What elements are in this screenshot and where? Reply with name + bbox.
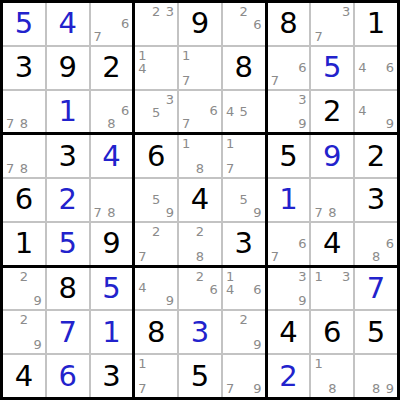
candidate-4 <box>6 283 18 295</box>
candidate-3 <box>30 137 42 149</box>
candidate-4 <box>182 150 194 162</box>
candidate-9 <box>117 206 129 219</box>
cell-r8c7[interactable]: 4 <box>268 311 310 353</box>
cell-r2c8[interactable]: 5 <box>311 47 353 89</box>
candidate-1 <box>314 5 326 18</box>
candidate-1 <box>6 93 18 105</box>
candidate-5: 5 <box>150 193 162 206</box>
sudoku-board: 5467392781682392614178356745837167546392… <box>0 0 400 400</box>
candidate-9 <box>206 296 218 308</box>
cell-r6c2[interactable]: 5 <box>47 223 89 265</box>
cell-r2c6[interactable]: 8 <box>223 47 265 89</box>
pencilmarks: 68 <box>94 93 130 131</box>
candidate-9 <box>250 118 262 130</box>
given-digit: 5 <box>367 318 385 347</box>
given-digit: 1 <box>15 229 33 258</box>
candidate-8 <box>370 117 382 130</box>
box-2-1: 78346278159 <box>3 135 132 264</box>
candidate-5 <box>194 283 206 296</box>
candidate-9 <box>162 75 174 87</box>
pencilmarks: 26 <box>226 5 262 43</box>
candidate-4 <box>94 104 106 117</box>
candidate-4: 4 <box>138 281 150 294</box>
candidate-7 <box>358 382 370 395</box>
candidate-2 <box>238 270 250 283</box>
candidate-3 <box>250 93 262 105</box>
candidate-5 <box>18 283 30 295</box>
candidate-5 <box>105 17 117 30</box>
candidate-2: 2 <box>18 313 30 326</box>
candidate-2: 2 <box>238 313 250 326</box>
entered-digit: 1 <box>279 185 297 214</box>
given-digit: 2 <box>102 53 120 82</box>
candidate-8: 8 <box>105 117 117 130</box>
cell-r8c3[interactable]: 1 <box>91 311 133 353</box>
pencilmarks: 18 <box>314 357 350 395</box>
cell-r3c8[interactable]: 2 <box>311 91 353 133</box>
candidate-5: 5 <box>150 106 162 119</box>
candidate-9: 9 <box>295 117 307 130</box>
cell-r2c4[interactable]: 14 <box>135 47 177 89</box>
candidate-7 <box>138 30 150 42</box>
candidate-2 <box>150 49 162 62</box>
pencilmarks: 59 <box>226 181 262 219</box>
cell-r7c7[interactable]: 39 <box>268 268 310 310</box>
pencilmarks: 35 <box>138 93 174 131</box>
cell-r3c1[interactable]: 78 <box>3 91 45 133</box>
candidate-7: 7 <box>138 250 150 263</box>
candidate-4 <box>358 370 370 382</box>
candidate-1: 1 <box>226 137 238 150</box>
candidate-4 <box>314 370 326 382</box>
candidate-7 <box>271 117 283 130</box>
candidate-2 <box>105 181 117 193</box>
candidate-1 <box>182 270 194 283</box>
candidate-2 <box>18 137 30 149</box>
candidate-2 <box>238 357 250 369</box>
candidate-7 <box>182 162 194 175</box>
candidate-6 <box>162 106 174 119</box>
candidate-5 <box>370 104 382 117</box>
cell-r6c4[interactable]: 27 <box>135 223 177 265</box>
candidate-7 <box>182 296 194 308</box>
candidate-7 <box>182 250 194 263</box>
cell-r7c6[interactable]: 146 <box>223 268 265 310</box>
candidate-6: 6 <box>250 283 262 296</box>
candidate-8: 8 <box>370 382 382 395</box>
cell-r5c8[interactable]: 78 <box>311 179 353 221</box>
candidate-2 <box>283 225 295 237</box>
cell-r9c3[interactable]: 3 <box>91 355 133 397</box>
candidate-2 <box>18 93 30 105</box>
cell-r6c1[interactable]: 1 <box>3 223 45 265</box>
candidate-1 <box>358 225 370 237</box>
cell-r4c1[interactable]: 78 <box>3 135 45 177</box>
pencilmarks: 29 <box>6 270 42 308</box>
candidate-3 <box>250 357 262 369</box>
candidate-1 <box>226 357 238 369</box>
candidate-5 <box>326 283 338 295</box>
candidate-4 <box>271 283 283 295</box>
entered-digit: 5 <box>323 53 341 82</box>
candidate-1 <box>271 225 283 237</box>
candidate-8 <box>194 296 206 308</box>
cell-r5c9[interactable]: 3 <box>355 179 397 221</box>
cell-r1c8[interactable]: 37 <box>311 3 353 45</box>
candidate-9 <box>30 117 42 130</box>
candidate-8 <box>194 74 206 87</box>
candidate-3 <box>250 181 262 193</box>
candidate-6 <box>162 62 174 75</box>
cell-r7c3[interactable]: 5 <box>91 268 133 310</box>
candidate-6: 6 <box>295 237 307 250</box>
given-digit: 5 <box>191 362 209 391</box>
cell-r7c2[interactable]: 8 <box>47 268 89 310</box>
candidate-2 <box>326 270 338 283</box>
pencilmarks: 79 <box>226 357 262 395</box>
candidate-1 <box>271 270 283 283</box>
candidate-1 <box>6 137 18 149</box>
cell-r6c8[interactable]: 4 <box>311 223 353 265</box>
candidate-1 <box>182 225 194 238</box>
candidate-4 <box>226 193 238 206</box>
candidate-7 <box>314 382 326 395</box>
cell-r1c3[interactable]: 67 <box>91 3 133 45</box>
cell-r8c6[interactable]: 29 <box>223 311 265 353</box>
candidate-7 <box>226 118 238 130</box>
candidate-4 <box>226 326 238 338</box>
cell-r2c7[interactable]: 67 <box>268 47 310 89</box>
pencilmarks: 29 <box>6 313 42 351</box>
candidate-7: 7 <box>314 206 326 219</box>
cell-r8c9[interactable]: 5 <box>355 311 397 353</box>
candidate-9: 9 <box>295 294 307 307</box>
candidate-3 <box>382 93 394 105</box>
candidate-5 <box>194 238 206 250</box>
candidate-2 <box>326 5 338 18</box>
candidate-7: 7 <box>182 74 194 87</box>
pencilmarks: 14 <box>138 49 174 87</box>
pencilmarks: 67 <box>94 5 130 43</box>
candidate-4 <box>182 238 194 250</box>
candidate-3: 3 <box>338 270 350 283</box>
cell-r7c4[interactable]: 49 <box>135 268 177 310</box>
candidate-7 <box>138 294 150 307</box>
candidate-1 <box>138 5 150 18</box>
candidate-2 <box>238 137 250 150</box>
candidate-2 <box>326 357 338 370</box>
cell-r9c7[interactable]: 2 <box>268 355 310 397</box>
candidate-1 <box>182 93 194 105</box>
cell-r7c1[interactable]: 29 <box>3 268 45 310</box>
pencilmarks: 78 <box>6 137 42 175</box>
cell-r3c5[interactable]: 67 <box>179 91 221 133</box>
given-digit: 8 <box>235 53 253 82</box>
box-1-1: 546739278168 <box>3 3 132 132</box>
cell-r6c6[interactable]: 3 <box>223 223 265 265</box>
candidate-2 <box>105 5 117 17</box>
given-digit: 4 <box>279 318 297 347</box>
candidate-8 <box>326 295 338 307</box>
candidate-8 <box>326 30 338 43</box>
cell-r9c6[interactable]: 79 <box>223 355 265 397</box>
candidate-1: 1 <box>314 357 326 370</box>
pencilmarks: 26 <box>182 270 218 308</box>
candidate-1: 1 <box>182 49 194 62</box>
cell-r8c4[interactable]: 8 <box>135 311 177 353</box>
candidate-7: 7 <box>226 382 238 395</box>
candidate-9 <box>162 30 174 42</box>
candidate-4 <box>138 238 150 250</box>
pencilmarks: 89 <box>358 357 394 395</box>
cell-r6c5[interactable]: 28 <box>179 223 221 265</box>
candidate-4 <box>138 193 150 206</box>
cell-r9c1[interactable]: 4 <box>3 355 45 397</box>
cell-r9c9[interactable]: 89 <box>355 355 397 397</box>
candidate-8 <box>150 75 162 87</box>
cell-r8c2[interactable]: 7 <box>47 311 89 353</box>
cell-r4c4[interactable]: 6 <box>135 135 177 177</box>
pencilmarks: 27 <box>138 225 174 263</box>
candidate-6 <box>250 193 262 206</box>
candidate-9: 9 <box>250 206 262 219</box>
entered-digit: 2 <box>279 362 297 391</box>
candidate-6: 6 <box>117 104 129 117</box>
cell-r4c6[interactable]: 17 <box>223 135 265 177</box>
entered-digit: 4 <box>58 9 76 38</box>
cell-r9c5[interactable]: 5 <box>179 355 221 397</box>
cell-r8c8[interactable]: 6 <box>311 311 353 353</box>
candidate-9 <box>295 250 307 263</box>
candidate-4 <box>138 18 150 30</box>
pencilmarks: 78 <box>94 181 130 219</box>
candidate-6 <box>162 238 174 250</box>
cell-r8c5[interactable]: 3 <box>179 311 221 353</box>
pencilmarks: 45 <box>226 93 262 131</box>
cell-r1c5[interactable]: 9 <box>179 3 221 45</box>
candidate-3 <box>382 225 394 237</box>
candidate-2: 2 <box>238 5 250 18</box>
candidate-6 <box>162 193 174 206</box>
candidate-8 <box>283 250 295 263</box>
cell-r5c3[interactable]: 78 <box>91 179 133 221</box>
candidate-9 <box>206 162 218 175</box>
candidate-4: 4 <box>138 62 150 75</box>
candidate-8: 8 <box>326 382 338 395</box>
candidate-3 <box>117 5 129 17</box>
cell-r6c3[interactable]: 9 <box>91 223 133 265</box>
candidate-8 <box>283 117 295 130</box>
pencilmarks: 17 <box>182 49 218 87</box>
cell-r7c8[interactable]: 13 <box>311 268 353 310</box>
cell-r1c2[interactable]: 4 <box>47 3 89 45</box>
candidate-9 <box>338 30 350 43</box>
candidate-2 <box>370 93 382 105</box>
cell-r3c3[interactable]: 68 <box>91 91 133 133</box>
candidate-8: 8 <box>194 250 206 263</box>
pencilmarks: 17 <box>226 137 262 175</box>
candidate-8: 8 <box>105 206 117 219</box>
candidate-2: 2 <box>194 225 206 238</box>
cell-r4c8[interactable]: 9 <box>311 135 353 177</box>
candidate-7 <box>358 117 370 130</box>
candidate-1: 1 <box>226 270 238 283</box>
candidate-6 <box>338 370 350 382</box>
candidate-6 <box>117 193 129 205</box>
candidate-3 <box>162 357 174 370</box>
candidate-5 <box>326 18 338 30</box>
candidate-9 <box>382 74 394 86</box>
candidate-7 <box>138 75 150 87</box>
candidate-6: 6 <box>382 61 394 74</box>
candidate-6 <box>250 105 262 118</box>
candidate-5: 5 <box>238 193 250 206</box>
candidate-4: 4 <box>226 105 238 118</box>
pencilmarks: 146 <box>226 270 262 308</box>
candidate-9 <box>162 382 174 395</box>
candidate-5 <box>194 62 206 74</box>
cell-r3c6[interactable]: 45 <box>223 91 265 133</box>
candidate-5 <box>283 237 295 250</box>
cell-r4c3[interactable]: 4 <box>91 135 133 177</box>
candidate-4 <box>271 106 283 118</box>
candidate-7 <box>6 338 18 351</box>
cell-r9c2[interactable]: 6 <box>47 355 89 397</box>
pencilmarks: 67 <box>271 225 307 263</box>
pencilmarks: 49 <box>358 93 394 131</box>
box-1-3: 83716754639249 <box>268 3 397 132</box>
candidate-5 <box>238 283 250 296</box>
cell-r9c4[interactable]: 17 <box>135 355 177 397</box>
candidate-6 <box>206 238 218 250</box>
candidate-3 <box>250 313 262 326</box>
candidate-7: 7 <box>271 250 283 263</box>
cell-r7c9[interactable]: 7 <box>355 268 397 310</box>
candidate-2 <box>370 225 382 237</box>
entered-digit: 9 <box>323 142 341 171</box>
cell-r8c1[interactable]: 29 <box>3 311 45 353</box>
candidate-3 <box>338 181 350 193</box>
cell-r6c7[interactable]: 67 <box>268 223 310 265</box>
candidate-7: 7 <box>6 162 18 175</box>
cell-r4c9[interactable]: 2 <box>355 135 397 177</box>
cell-r3c2[interactable]: 1 <box>47 91 89 133</box>
candidate-3 <box>250 270 262 283</box>
candidate-9 <box>206 74 218 87</box>
pencilmarks: 67 <box>182 93 218 131</box>
given-digit: 4 <box>191 185 209 214</box>
pencilmarks: 78 <box>314 181 350 219</box>
given-digit: 8 <box>147 318 165 347</box>
given-digit: 4 <box>15 362 33 391</box>
candidate-4 <box>182 62 194 74</box>
candidate-6 <box>162 370 174 382</box>
candidate-8 <box>150 382 162 395</box>
candidate-2 <box>150 270 162 282</box>
cell-r1c9[interactable]: 1 <box>355 3 397 45</box>
candidate-9: 9 <box>382 117 394 130</box>
candidate-6 <box>250 150 262 162</box>
candidate-8 <box>370 74 382 86</box>
cell-r6c9[interactable]: 68 <box>355 223 397 265</box>
candidate-8 <box>238 31 250 43</box>
pencilmarks: 13 <box>314 270 350 308</box>
entered-digit: 1 <box>102 318 120 347</box>
candidate-5 <box>238 326 250 338</box>
cell-r2c2[interactable]: 9 <box>47 47 89 89</box>
candidate-5 <box>150 370 162 382</box>
pencilmarks: 28 <box>182 225 218 263</box>
candidate-3 <box>206 49 218 62</box>
cell-r2c9[interactable]: 46 <box>355 47 397 89</box>
cell-r3c4[interactable]: 35 <box>135 91 177 133</box>
cell-r2c1[interactable]: 3 <box>3 47 45 89</box>
cell-r2c3[interactable]: 2 <box>91 47 133 89</box>
given-digit: 1 <box>367 9 385 38</box>
cell-r5c7[interactable]: 1 <box>268 179 310 221</box>
candidate-2 <box>194 49 206 62</box>
candidate-7: 7 <box>314 30 326 43</box>
given-digit: 3 <box>58 142 76 171</box>
cell-r5c5[interactable]: 4 <box>179 179 221 221</box>
candidate-8: 8 <box>18 117 30 130</box>
candidate-7: 7 <box>271 74 283 87</box>
cell-r5c6[interactable]: 59 <box>223 179 265 221</box>
candidate-6: 6 <box>117 17 129 30</box>
candidate-1 <box>271 49 283 61</box>
cell-r3c7[interactable]: 39 <box>268 91 310 133</box>
given-digit: 5 <box>279 142 297 171</box>
candidate-7 <box>226 296 238 308</box>
candidate-7 <box>94 117 106 130</box>
candidate-8: 8 <box>18 162 30 175</box>
pencilmarks: 39 <box>271 93 307 131</box>
candidate-9: 9 <box>382 382 394 395</box>
candidate-8 <box>238 338 250 351</box>
cell-r1c7[interactable]: 8 <box>268 3 310 45</box>
candidate-6 <box>338 18 350 30</box>
cell-r3c9[interactable]: 49 <box>355 91 397 133</box>
candidate-2 <box>150 357 162 370</box>
cell-r4c5[interactable]: 18 <box>179 135 221 177</box>
cell-r4c2[interactable]: 3 <box>47 135 89 177</box>
candidate-4: 4 <box>358 104 370 117</box>
candidate-4 <box>271 237 283 250</box>
pencilmarks: 67 <box>271 49 307 87</box>
cell-r7c5[interactable]: 26 <box>179 268 221 310</box>
cell-r9c8[interactable]: 18 <box>311 355 353 397</box>
cell-r5c2[interactable]: 2 <box>47 179 89 221</box>
cell-r5c4[interactable]: 59 <box>135 179 177 221</box>
cell-r2c5[interactable]: 17 <box>179 47 221 89</box>
cell-r1c6[interactable]: 26 <box>223 3 265 45</box>
candidate-8 <box>238 206 250 219</box>
entered-digit: 1 <box>58 97 76 126</box>
candidate-7 <box>226 338 238 351</box>
cell-r5c1[interactable]: 6 <box>3 179 45 221</box>
candidate-3 <box>206 270 218 283</box>
cell-r4c7[interactable]: 5 <box>268 135 310 177</box>
candidate-1: 1 <box>314 270 326 283</box>
candidate-3 <box>295 225 307 237</box>
entered-digit: 7 <box>367 274 385 303</box>
candidate-4 <box>182 283 194 296</box>
given-digit: 9 <box>191 9 209 38</box>
cell-r1c1[interactable]: 5 <box>3 3 45 45</box>
candidate-5 <box>370 61 382 74</box>
cell-r1c4[interactable]: 23 <box>135 3 177 45</box>
candidate-2: 2 <box>194 270 206 283</box>
